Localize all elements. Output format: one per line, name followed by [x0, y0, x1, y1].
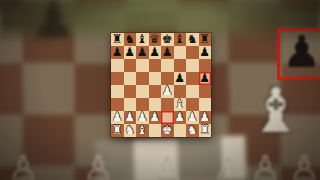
square-a4[interactable]: [111, 85, 124, 98]
white-bishop: ♝: [137, 124, 148, 137]
square-f7[interactable]: [174, 46, 187, 59]
square-a1[interactable]: ♜: [111, 124, 124, 137]
square-e1[interactable]: ♚: [161, 124, 174, 137]
square-h7[interactable]: ♟: [199, 46, 212, 59]
square-d6[interactable]: [149, 59, 162, 72]
square-a7[interactable]: ♟: [111, 46, 124, 59]
black-pawn: ♟: [137, 46, 148, 59]
chess-board[interactable]: ♜♞♝♛♚♝♞♜♟♟♟♟♟♟♟♟♟♝♟♟♟♟♟♟♟♜♞♝♚♞♜: [111, 33, 211, 137]
white-king: ♚: [162, 124, 173, 137]
black-pawn: ♟: [199, 72, 210, 85]
black-knight: ♞: [187, 33, 198, 46]
square-c5[interactable]: [136, 72, 149, 85]
white-rook: ♜: [112, 124, 123, 137]
square-a5[interactable]: [111, 72, 124, 85]
square-h4[interactable]: [199, 85, 212, 98]
square-f2[interactable]: ♟: [174, 111, 187, 124]
square-b6[interactable]: [124, 59, 137, 72]
white-pawn: ♟: [162, 85, 173, 98]
square-d1[interactable]: [149, 124, 162, 137]
square-d4[interactable]: [149, 85, 162, 98]
square-f5[interactable]: ♟: [174, 72, 187, 85]
square-b1[interactable]: ♞: [124, 124, 137, 137]
white-rook: ♜: [199, 124, 210, 137]
video-frame: ♟ ♟ ♝ ♙♙♙♙♙♙ ♜♞♝♛♚♝♞♜♟♟♟♟♟♟♟♟♟♝♟♟♟♟♟♟♟♜♞…: [0, 0, 320, 180]
white-knight: ♞: [187, 124, 198, 137]
square-g8[interactable]: ♞: [186, 33, 199, 46]
black-pawn: ♟: [199, 46, 210, 59]
black-pawn: ♟: [149, 46, 160, 59]
square-c4[interactable]: [136, 85, 149, 98]
square-c7[interactable]: ♟: [136, 46, 149, 59]
square-h1[interactable]: ♜: [199, 124, 212, 137]
square-a6[interactable]: [111, 59, 124, 72]
square-b5[interactable]: [124, 72, 137, 85]
square-b4[interactable]: [124, 85, 137, 98]
white-pawn: ♟: [174, 111, 185, 124]
square-c1[interactable]: ♝: [136, 124, 149, 137]
square-g6[interactable]: [186, 59, 199, 72]
square-g1[interactable]: ♞: [186, 124, 199, 137]
square-d7[interactable]: ♟: [149, 46, 162, 59]
square-e4[interactable]: ♟: [161, 85, 174, 98]
square-c6[interactable]: [136, 59, 149, 72]
white-pawn: ♟: [149, 111, 160, 124]
square-b7[interactable]: ♟: [124, 46, 137, 59]
black-pawn: ♟: [162, 46, 173, 59]
square-f8[interactable]: ♝: [174, 33, 187, 46]
square-g5[interactable]: [186, 72, 199, 85]
square-e6[interactable]: [161, 59, 174, 72]
black-pawn: ♟: [112, 46, 123, 59]
square-f1[interactable]: [174, 124, 187, 137]
square-g7[interactable]: [186, 46, 199, 59]
square-h5[interactable]: ♟: [199, 72, 212, 85]
black-bishop: ♝: [174, 33, 185, 46]
black-pawn: ♟: [174, 72, 185, 85]
black-pawn: ♟: [124, 46, 135, 59]
square-g4[interactable]: [186, 85, 199, 98]
square-e3[interactable]: [161, 98, 174, 111]
white-knight: ♞: [124, 124, 135, 137]
square-d2[interactable]: ♟: [149, 111, 162, 124]
square-d5[interactable]: [149, 72, 162, 85]
square-e7[interactable]: ♟: [161, 46, 174, 59]
